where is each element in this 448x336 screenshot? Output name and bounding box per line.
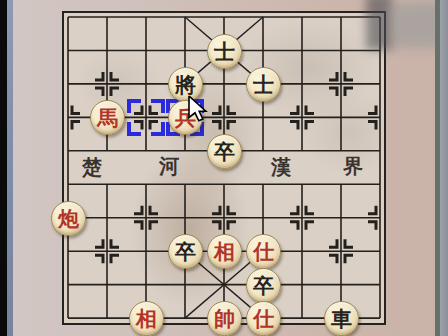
piece-black-soldier-a[interactable]: 卒: [207, 134, 242, 169]
piece-black-advisor[interactable]: 士: [246, 67, 281, 102]
piece-black-soldier-c[interactable]: 卒: [246, 268, 281, 303]
piece-black-chariot[interactable]: 車: [324, 301, 359, 336]
game-screen: 楚 河 漢 界 士將士馬兵卒炮卒相仕卒相帥仕車: [0, 0, 448, 336]
piece-red-elephant-b[interactable]: 相: [129, 301, 164, 336]
left-black-strip: [0, 0, 7, 336]
piece-red-cannon[interactable]: 炮: [51, 201, 86, 236]
right-edge-gray-strip: [440, 0, 448, 336]
piece-red-advisor-b[interactable]: 仕: [246, 301, 281, 336]
piece-black-general[interactable]: 將: [168, 67, 203, 102]
piece-black-soldier-b[interactable]: 卒: [168, 234, 203, 269]
piece-black-advisor-center[interactable]: 士: [207, 34, 242, 69]
left-blue-strip: [7, 0, 13, 336]
piece-red-elephant-a[interactable]: 相: [207, 234, 242, 269]
piece-red-general[interactable]: 帥: [207, 301, 242, 336]
piece-red-advisor-a[interactable]: 仕: [246, 234, 281, 269]
